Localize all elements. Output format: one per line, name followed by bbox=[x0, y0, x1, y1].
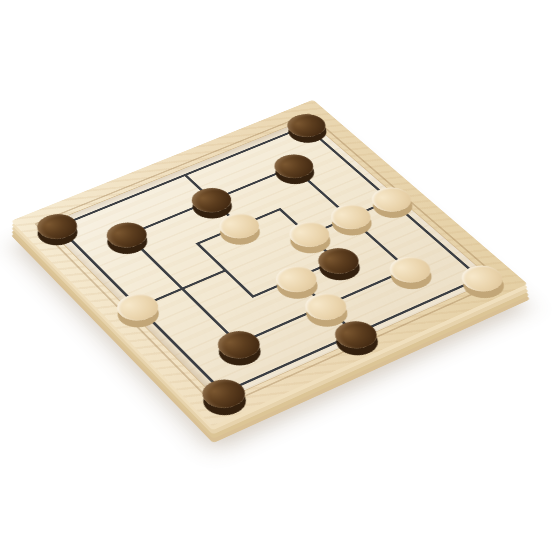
grid bbox=[57, 126, 479, 392]
board-surface bbox=[44, 118, 494, 402]
morris-board bbox=[11, 100, 528, 426]
photo-scene bbox=[0, 0, 560, 560]
